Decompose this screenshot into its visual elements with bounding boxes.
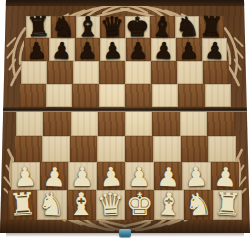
board-square [37,190,66,220]
board-square [125,136,153,162]
board-square [202,38,227,61]
board-top-edge [0,0,250,6]
rank-3 [14,136,236,162]
board-square [205,84,232,107]
rank-7 [24,38,227,61]
chess-set-photo: ♜ ♞ ♝ ♛ ♚ ♝ ♞ ♜ ♟ ♟ ♟ ♟ ♟ ♟ ♟ ♟ ♟ ♟ ♟ ♟ … [0,0,250,241]
board-square [181,136,209,162]
board-square [150,16,175,38]
rank-6 [21,61,229,84]
board-square [125,16,150,38]
board-square [180,111,207,136]
board-square [182,162,211,190]
board-square [75,38,100,61]
board-square [151,61,177,84]
board-square [19,84,46,107]
blue-clasp [119,229,131,237]
board-square [98,111,125,136]
board-square [46,84,73,107]
board-square [96,190,125,220]
board-square [24,38,49,61]
hinge-seam [0,107,250,112]
board-square [72,84,99,107]
board-square [184,190,213,220]
board-square [8,190,37,220]
board-square [26,16,51,38]
board-square [125,162,154,190]
board-square [152,111,179,136]
board-square [178,84,205,107]
board-square [68,162,97,190]
board-square [73,61,99,84]
rank-2 [11,162,239,190]
board-square [152,84,179,107]
board-square [125,84,152,107]
board-square [51,16,76,38]
board-square [76,16,101,38]
board-square [71,111,98,136]
board-square [100,16,125,38]
board-square [11,162,40,190]
board-square [97,136,125,162]
folding-chess-board: ♜ ♞ ♝ ♛ ♚ ♝ ♞ ♜ ♟ ♟ ♟ ♟ ♟ ♟ ♟ ♟ ♟ ♟ ♟ ♟ … [0,0,250,233]
board-square [125,190,154,220]
board-square [100,38,125,61]
board-square [21,61,47,84]
board-square [99,84,126,107]
board-square [47,61,73,84]
board-square [177,61,203,84]
rank-8 [26,16,224,38]
board-square [153,136,181,162]
rank-5 [19,84,231,107]
board-square [49,38,74,61]
rank-4 [16,111,234,136]
board-square [70,136,98,162]
board-square [67,190,96,220]
board-square [213,190,242,220]
board-square [208,136,236,162]
board-square [126,38,151,61]
board-square [207,111,234,136]
board-square [154,190,183,220]
board-square [40,162,69,190]
board-square [175,16,200,38]
board-square [125,111,152,136]
board-square [42,136,70,162]
rank-1 [8,190,242,220]
board-square [203,61,229,84]
board-square [16,111,43,136]
board-square [211,162,240,190]
board-square [154,162,183,190]
board-square [43,111,70,136]
board-square [99,61,125,84]
board-square [97,162,126,190]
board-square [151,38,176,61]
board-square [125,61,151,84]
board-square [176,38,201,61]
board-square [199,16,224,38]
board-square [14,136,42,162]
